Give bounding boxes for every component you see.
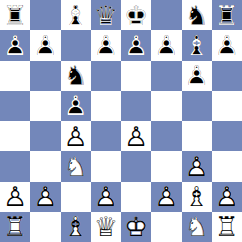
knight-outline-glyph: ♘ (182, 212, 212, 242)
square-b6[interactable] (30, 61, 60, 91)
bishop-outline-glyph: ♗ (61, 0, 91, 30)
piece-white-knight[interactable]: ♞♘ (182, 212, 212, 242)
square-b3[interactable] (30, 151, 60, 181)
pawn-outline-glyph: ♙ (61, 91, 91, 121)
square-d2[interactable]: ♟♙ (91, 182, 121, 212)
rook-outline-glyph: ♖ (0, 0, 30, 30)
square-c5[interactable]: ♟♙ (61, 91, 91, 121)
pawn-outline-glyph: ♙ (212, 30, 242, 60)
pawn-outline-glyph: ♙ (182, 61, 212, 91)
piece-black-knight[interactable]: ♞♘ (61, 61, 91, 91)
pawn-outline-glyph: ♙ (121, 30, 151, 60)
pawn-outline-glyph: ♙ (151, 30, 181, 60)
piece-black-pawn[interactable]: ♟♙ (91, 30, 121, 60)
chess-board: ♜♖♝♗♛♕♚♔♞♘♜♖♟♙♟♙♟♙♟♙♟♙♝♗♟♙♞♘♟♙♟♙♟♙♟♙♞♘♟♙… (0, 0, 242, 242)
piece-black-pawn[interactable]: ♟♙ (212, 30, 242, 60)
pawn-outline-glyph: ♙ (30, 182, 60, 212)
square-b7[interactable]: ♟♙ (30, 30, 60, 60)
pawn-outline-glyph: ♙ (212, 182, 242, 212)
piece-white-pawn[interactable]: ♟♙ (30, 182, 60, 212)
bishop-outline-glyph: ♗ (182, 182, 212, 212)
knight-outline-glyph: ♘ (182, 0, 212, 30)
piece-black-pawn[interactable]: ♟♙ (0, 30, 30, 60)
pawn-outline-glyph: ♙ (61, 121, 91, 151)
square-a8[interactable]: ♜♖ (0, 0, 30, 30)
piece-black-rook[interactable]: ♜♖ (212, 0, 242, 30)
piece-white-king[interactable]: ♚♔ (121, 212, 151, 242)
square-b1[interactable] (30, 212, 60, 242)
square-h8[interactable]: ♜♖ (212, 0, 242, 30)
square-g5[interactable] (182, 91, 212, 121)
square-h6[interactable] (212, 61, 242, 91)
piece-white-pawn[interactable]: ♟♙ (121, 121, 151, 151)
piece-black-king[interactable]: ♚♔ (121, 0, 151, 30)
square-g8[interactable]: ♞♘ (182, 0, 212, 30)
pawn-outline-glyph: ♙ (182, 151, 212, 181)
piece-white-pawn[interactable]: ♟♙ (61, 121, 91, 151)
piece-white-rook[interactable]: ♜♖ (212, 212, 242, 242)
pawn-outline-glyph: ♙ (91, 30, 121, 60)
square-c7[interactable] (61, 30, 91, 60)
square-f2[interactable]: ♟♙ (151, 182, 181, 212)
square-f4[interactable] (151, 121, 181, 151)
rook-outline-glyph: ♖ (0, 212, 30, 242)
square-h5[interactable] (212, 91, 242, 121)
rook-outline-glyph: ♖ (212, 212, 242, 242)
square-e7[interactable]: ♟♙ (121, 30, 151, 60)
square-g2[interactable]: ♝♗ (182, 182, 212, 212)
square-d7[interactable]: ♟♙ (91, 30, 121, 60)
knight-outline-glyph: ♘ (61, 151, 91, 181)
square-b2[interactable]: ♟♙ (30, 182, 60, 212)
square-d1[interactable]: ♛♕ (91, 212, 121, 242)
square-a6[interactable] (0, 61, 30, 91)
piece-white-bishop[interactable]: ♝♗ (61, 212, 91, 242)
square-d4[interactable] (91, 121, 121, 151)
queen-outline-glyph: ♕ (91, 0, 121, 30)
piece-white-queen[interactable]: ♛♕ (91, 212, 121, 242)
square-g6[interactable]: ♟♙ (182, 61, 212, 91)
square-e2[interactable] (121, 182, 151, 212)
piece-black-pawn[interactable]: ♟♙ (30, 30, 60, 60)
pawn-outline-glyph: ♙ (0, 182, 30, 212)
piece-white-pawn[interactable]: ♟♙ (151, 182, 181, 212)
piece-black-bishop[interactable]: ♝♗ (182, 30, 212, 60)
king-outline-glyph: ♔ (121, 212, 151, 242)
square-d6[interactable] (91, 61, 121, 91)
pawn-outline-glyph: ♙ (30, 30, 60, 60)
square-c2[interactable] (61, 182, 91, 212)
square-e6[interactable] (121, 61, 151, 91)
square-f3[interactable] (151, 151, 181, 181)
piece-white-rook[interactable]: ♜♖ (0, 212, 30, 242)
square-d5[interactable] (91, 91, 121, 121)
piece-black-knight[interactable]: ♞♘ (182, 0, 212, 30)
bishop-outline-glyph: ♗ (61, 212, 91, 242)
piece-black-bishop[interactable]: ♝♗ (61, 0, 91, 30)
square-h7[interactable]: ♟♙ (212, 30, 242, 60)
piece-black-queen[interactable]: ♛♕ (91, 0, 121, 30)
square-b8[interactable] (30, 0, 60, 30)
square-f7[interactable]: ♟♙ (151, 30, 181, 60)
piece-white-bishop[interactable]: ♝♗ (182, 182, 212, 212)
square-e4[interactable]: ♟♙ (121, 121, 151, 151)
square-b5[interactable] (30, 91, 60, 121)
square-e8[interactable]: ♚♔ (121, 0, 151, 30)
square-e5[interactable] (121, 91, 151, 121)
square-a1[interactable]: ♜♖ (0, 212, 30, 242)
square-b4[interactable] (30, 121, 60, 151)
square-g3[interactable]: ♟♙ (182, 151, 212, 181)
piece-black-rook[interactable]: ♜♖ (0, 0, 30, 30)
square-f5[interactable] (151, 91, 181, 121)
queen-outline-glyph: ♕ (91, 212, 121, 242)
square-d8[interactable]: ♛♕ (91, 0, 121, 30)
square-h2[interactable]: ♟♙ (212, 182, 242, 212)
pawn-outline-glyph: ♙ (151, 182, 181, 212)
knight-outline-glyph: ♘ (61, 61, 91, 91)
rook-outline-glyph: ♖ (212, 0, 242, 30)
square-c6[interactable]: ♞♘ (61, 61, 91, 91)
piece-white-pawn[interactable]: ♟♙ (0, 182, 30, 212)
square-h4[interactable] (212, 121, 242, 151)
square-a3[interactable] (0, 151, 30, 181)
square-h1[interactable]: ♜♖ (212, 212, 242, 242)
square-f6[interactable] (151, 61, 181, 91)
square-a4[interactable] (0, 121, 30, 151)
pawn-outline-glyph: ♙ (0, 30, 30, 60)
square-a2[interactable]: ♟♙ (0, 182, 30, 212)
piece-black-pawn[interactable]: ♟♙ (61, 91, 91, 121)
square-e3[interactable] (121, 151, 151, 181)
piece-white-pawn[interactable]: ♟♙ (182, 151, 212, 181)
piece-white-knight[interactable]: ♞♘ (61, 151, 91, 181)
square-c8[interactable]: ♝♗ (61, 0, 91, 30)
piece-black-pawn[interactable]: ♟♙ (121, 30, 151, 60)
square-f1[interactable] (151, 212, 181, 242)
square-g7[interactable]: ♝♗ (182, 30, 212, 60)
square-c4[interactable]: ♟♙ (61, 121, 91, 151)
pawn-outline-glyph: ♙ (121, 121, 151, 151)
square-h3[interactable] (212, 151, 242, 181)
pawn-outline-glyph: ♙ (91, 182, 121, 212)
square-a5[interactable] (0, 91, 30, 121)
square-g4[interactable] (182, 121, 212, 151)
piece-black-pawn[interactable]: ♟♙ (182, 61, 212, 91)
square-c3[interactable]: ♞♘ (61, 151, 91, 181)
square-d3[interactable] (91, 151, 121, 181)
bishop-outline-glyph: ♗ (182, 30, 212, 60)
square-a7[interactable]: ♟♙ (0, 30, 30, 60)
king-outline-glyph: ♔ (121, 0, 151, 30)
piece-white-pawn[interactable]: ♟♙ (212, 182, 242, 212)
square-f8[interactable] (151, 0, 181, 30)
piece-white-pawn[interactable]: ♟♙ (91, 182, 121, 212)
square-c1[interactable]: ♝♗ (61, 212, 91, 242)
square-g1[interactable]: ♞♘ (182, 212, 212, 242)
piece-black-pawn[interactable]: ♟♙ (151, 30, 181, 60)
square-e1[interactable]: ♚♔ (121, 212, 151, 242)
